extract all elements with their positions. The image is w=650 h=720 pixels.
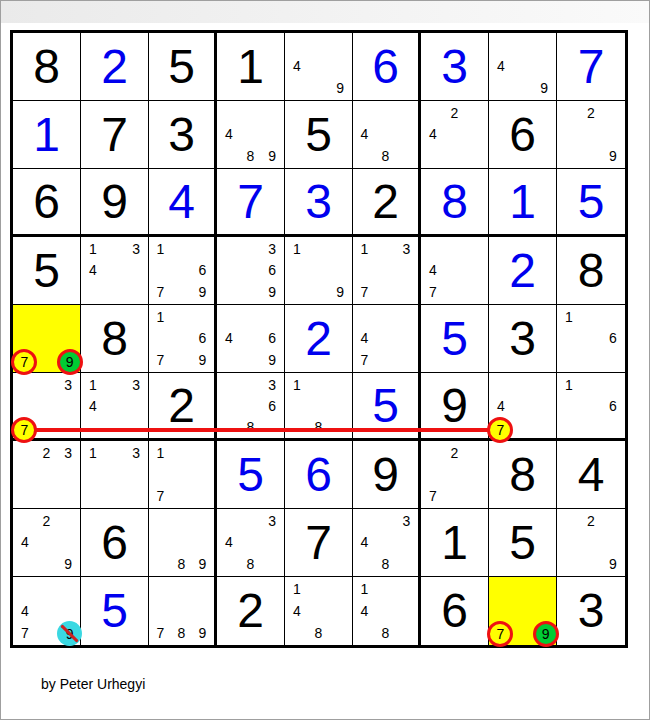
given-digit: 8: [13, 33, 80, 100]
candidate-6: 6: [261, 328, 283, 350]
given-digit: 5: [149, 33, 214, 100]
candidate-7: 7: [150, 622, 171, 644]
cell-r5c4[interactable]: 469: [217, 305, 285, 373]
candidate-3: 3: [125, 374, 147, 395]
sudoku-app-window: 8251496349717348954824629694732815513416…: [0, 0, 650, 720]
given-digit: 4: [557, 441, 625, 508]
pencil-marks: 134: [82, 238, 147, 303]
pencil-marks: 148: [354, 578, 417, 644]
candidate-3: 3: [261, 238, 283, 260]
candidate-6: 6: [602, 395, 624, 416]
solved-digit: 2: [489, 237, 556, 304]
cell-r4c4[interactable]: 369: [217, 237, 285, 305]
cell-r3c3[interactable]: 4: [149, 169, 217, 237]
candidate-6: 6: [261, 260, 283, 282]
candidate-4: 4: [490, 56, 512, 78]
candidate-8: 8: [375, 145, 396, 167]
given-digit: 6: [421, 577, 488, 645]
sudoku-board: 8251496349717348954824629694732815513416…: [10, 30, 628, 648]
cell-r9c1[interactable]: 479: [13, 577, 81, 645]
cell-r1c5[interactable]: 49: [285, 33, 353, 101]
cell-r1c8[interactable]: 49: [489, 33, 557, 101]
candidate-9: 9: [192, 622, 213, 644]
cell-r2c6[interactable]: 48: [353, 101, 421, 169]
solved-digit: 2: [285, 305, 352, 372]
candidate-4: 4: [354, 532, 375, 554]
candidate-4: 4: [218, 124, 240, 146]
cell-r7c7[interactable]: 27: [421, 441, 489, 509]
cell-r9c6[interactable]: 148: [353, 577, 421, 645]
candidate-6: 6: [261, 395, 283, 416]
pencil-marks: 23: [14, 442, 79, 507]
pencil-marks: 13: [82, 442, 147, 507]
circled-candidate-9: 9: [533, 621, 559, 647]
cell-r5c6[interactable]: 47: [353, 305, 421, 373]
cell-r1c9[interactable]: 7: [557, 33, 625, 101]
candidate-3: 3: [396, 238, 417, 260]
candidate-1: 1: [150, 442, 171, 464]
pencil-marks: 137: [354, 238, 417, 303]
circled-candidate-7: 7: [487, 417, 513, 443]
candidate-1: 1: [150, 306, 171, 328]
cell-r7c2[interactable]: 13: [81, 441, 149, 509]
pencil-marks: 16: [558, 374, 624, 437]
circled-candidate-9: 9: [57, 349, 83, 375]
cell-r4c5[interactable]: 19: [285, 237, 353, 305]
pencil-marks: 29: [558, 102, 624, 167]
cell-r2c2[interactable]: 7: [81, 101, 149, 169]
candidate-9: 9: [602, 553, 624, 575]
cell-r3c9[interactable]: 5: [557, 169, 625, 237]
pencil-marks: 16: [558, 306, 624, 371]
candidate-7: 7: [14, 622, 36, 644]
given-digit: 9: [81, 169, 148, 234]
candidate-8: 8: [375, 553, 396, 575]
candidate-9: 9: [192, 349, 213, 371]
cell-r6c9[interactable]: 16: [557, 373, 625, 441]
candidate-8: 8: [171, 622, 192, 644]
candidate-3: 3: [57, 442, 79, 464]
candidate-3: 3: [396, 510, 417, 532]
cell-r1c7[interactable]: 3: [421, 33, 489, 101]
solved-digit: 3: [285, 169, 352, 234]
candidate-9: 9: [192, 553, 213, 575]
window-top-strip: [1, 1, 649, 23]
chain-link-line: [24, 428, 500, 432]
candidate-3: 3: [261, 374, 283, 395]
candidate-8: 8: [240, 416, 262, 437]
candidate-2: 2: [36, 510, 58, 532]
candidate-3: 3: [57, 374, 79, 395]
pencil-marks: 24: [422, 102, 487, 167]
candidate-7: 7: [150, 485, 171, 507]
candidate-8: 8: [375, 622, 396, 644]
candidate-1: 1: [558, 374, 580, 395]
cell-r1c1[interactable]: 8: [13, 33, 81, 101]
solved-digit: 1: [13, 101, 80, 168]
candidate-4: 4: [422, 260, 444, 282]
cell-r1c3[interactable]: 5: [149, 33, 217, 101]
candidate-7: 7: [422, 281, 444, 303]
candidate-8: 8: [240, 145, 262, 167]
candidate-3: 3: [125, 238, 147, 260]
candidate-8: 8: [240, 553, 262, 575]
cell-r5c7[interactable]: 5: [421, 305, 489, 373]
solved-digit: 5: [421, 305, 488, 372]
candidate-1: 1: [150, 238, 171, 260]
cell-r9c5[interactable]: 148: [285, 577, 353, 645]
pencil-marks: 27: [422, 442, 487, 507]
candidate-4: 4: [14, 600, 36, 622]
cell-r9c4[interactable]: 2: [217, 577, 285, 645]
given-digit: 8: [557, 237, 625, 304]
candidate-2: 2: [580, 510, 602, 532]
solved-digit: 7: [557, 33, 625, 100]
candidate-4: 4: [218, 532, 240, 554]
cell-r9c8[interactable]: 79: [489, 577, 557, 645]
candidate-9: 9: [602, 145, 624, 167]
cell-r3c6[interactable]: 2: [353, 169, 421, 237]
candidate-4: 4: [14, 532, 36, 554]
cell-r8c2[interactable]: 6: [81, 509, 149, 577]
cell-r7c8[interactable]: 8: [489, 441, 557, 509]
pencil-marks: 17: [150, 442, 213, 507]
cell-r3c1[interactable]: 6: [13, 169, 81, 237]
cell-r2c4[interactable]: 489: [217, 101, 285, 169]
cell-r8c5[interactable]: 7: [285, 509, 353, 577]
candidate-4: 4: [286, 56, 308, 78]
cell-r5c1[interactable]: 79: [13, 305, 81, 373]
cell-r4c6[interactable]: 137: [353, 237, 421, 305]
candidate-9: 9: [261, 145, 283, 167]
candidate-9: 9: [261, 281, 283, 303]
cell-r8c4[interactable]: 348: [217, 509, 285, 577]
cell-r4c9[interactable]: 8: [557, 237, 625, 305]
cell-r8c6[interactable]: 348: [353, 509, 421, 577]
candidate-7: 7: [150, 281, 171, 303]
pencil-marks: 469: [218, 306, 283, 371]
given-digit: 3: [557, 577, 625, 645]
cell-r4c8[interactable]: 2: [489, 237, 557, 305]
circled-candidate-7: 7: [487, 621, 513, 647]
cell-r6c8[interactable]: 47: [489, 373, 557, 441]
given-digit: 3: [489, 305, 556, 372]
pencil-marks: 47: [354, 306, 417, 371]
cell-r8c8[interactable]: 5: [489, 509, 557, 577]
cell-r4c1[interactable]: 5: [13, 237, 81, 305]
candidate-4: 4: [218, 328, 240, 350]
solved-digit: 6: [285, 441, 352, 508]
given-digit: 2: [217, 577, 284, 645]
pencil-marks: 148: [286, 578, 351, 644]
pencil-marks: 348: [354, 510, 417, 575]
cell-r5c3[interactable]: 1679: [149, 305, 217, 373]
candidate-1: 1: [558, 306, 580, 328]
solved-digit: 6: [353, 33, 418, 100]
solved-digit: 5: [81, 577, 148, 645]
candidate-3: 3: [261, 510, 283, 532]
cell-r4c3[interactable]: 1679: [149, 237, 217, 305]
circled-candidate-7: 7: [11, 417, 37, 443]
cell-r2c8[interactable]: 6: [489, 101, 557, 169]
cell-r1c2[interactable]: 2: [81, 33, 149, 101]
cell-r7c1[interactable]: 23: [13, 441, 81, 509]
candidate-2: 2: [444, 102, 466, 124]
candidate-9: 9: [57, 553, 79, 575]
cell-r5c8[interactable]: 3: [489, 305, 557, 373]
cell-r7c3[interactable]: 17: [149, 441, 217, 509]
candidate-6: 6: [192, 260, 213, 282]
given-digit: 5: [285, 101, 352, 168]
cell-r9c2[interactable]: 5: [81, 577, 149, 645]
candidate-3: 3: [125, 442, 147, 464]
cell-r8c1[interactable]: 249: [13, 509, 81, 577]
cell-r2c7[interactable]: 24: [421, 101, 489, 169]
candidate-1: 1: [286, 578, 308, 600]
given-digit: 6: [81, 509, 148, 576]
cell-r8c3[interactable]: 89: [149, 509, 217, 577]
cell-r2c3[interactable]: 3: [149, 101, 217, 169]
pencil-marks: 489: [218, 102, 283, 167]
credit-text: by Peter Urhegyi: [41, 676, 145, 692]
cell-r3c7[interactable]: 8: [421, 169, 489, 237]
given-digit: 6: [489, 101, 556, 168]
pencil-marks: 47: [422, 238, 487, 303]
pencil-marks: 49: [490, 34, 555, 99]
pencil-marks: 48: [354, 102, 417, 167]
given-digit: 3: [149, 101, 214, 168]
cell-r9c3[interactable]: 789: [149, 577, 217, 645]
candidate-9: 9: [329, 281, 351, 303]
candidate-9: 9: [192, 281, 213, 303]
given-digit: 2: [353, 169, 418, 234]
solved-digit: 3: [421, 33, 488, 100]
cell-r3c4[interactable]: 7: [217, 169, 285, 237]
pencil-marks: 1679: [150, 238, 213, 303]
candidate-4: 4: [354, 124, 375, 146]
cell-r5c5[interactable]: 2: [285, 305, 353, 373]
cell-r7c5[interactable]: 6: [285, 441, 353, 509]
candidate-1: 1: [82, 238, 104, 260]
solved-digit: 7: [217, 169, 284, 234]
cell-r5c2[interactable]: 8: [81, 305, 149, 373]
candidate-9: 9: [329, 77, 351, 99]
cell-r2c5[interactable]: 5: [285, 101, 353, 169]
cell-r3c8[interactable]: 1: [489, 169, 557, 237]
pencil-marks: 29: [558, 510, 624, 575]
candidate-6: 6: [192, 328, 213, 350]
elimination-slash: [60, 624, 78, 642]
candidate-4: 4: [82, 395, 104, 416]
pencil-marks: 348: [218, 510, 283, 575]
cell-r3c5[interactable]: 3: [285, 169, 353, 237]
candidate-4: 4: [490, 395, 512, 416]
cell-r7c9[interactable]: 4: [557, 441, 625, 509]
cell-r9c7[interactable]: 6: [421, 577, 489, 645]
candidate-1: 1: [286, 374, 308, 395]
pencil-marks: 19: [286, 238, 351, 303]
candidate-4: 4: [422, 124, 444, 146]
candidate-2: 2: [444, 442, 466, 464]
candidate-4: 4: [82, 260, 104, 282]
pencil-marks: 369: [218, 238, 283, 303]
cell-r7c4[interactable]: 5: [217, 441, 285, 509]
pencil-marks: 789: [150, 578, 213, 644]
candidate-2: 2: [36, 442, 58, 464]
candidate-4: 4: [354, 328, 375, 350]
candidate-1: 1: [286, 238, 308, 260]
solved-digit: 1: [489, 169, 556, 234]
cell-r4c7[interactable]: 47: [421, 237, 489, 305]
given-digit: 1: [217, 33, 284, 100]
pencil-marks: 89: [150, 510, 213, 575]
given-digit: 7: [285, 509, 352, 576]
solved-digit: 2: [81, 33, 148, 100]
candidate-1: 1: [354, 578, 375, 600]
cell-r9c9[interactable]: 3: [557, 577, 625, 645]
candidate-8: 8: [308, 416, 330, 437]
candidate-4: 4: [286, 600, 308, 622]
candidate-1: 1: [82, 442, 104, 464]
solved-digit: 5: [217, 441, 284, 508]
candidate-1: 1: [82, 374, 104, 395]
given-digit: 7: [81, 101, 148, 168]
cell-r1c4[interactable]: 1: [217, 33, 285, 101]
candidate-2: 2: [580, 102, 602, 124]
candidate-8: 8: [171, 553, 192, 575]
given-digit: 6: [13, 169, 80, 234]
given-digit: 1: [421, 509, 488, 576]
pencil-marks: 49: [286, 34, 351, 99]
candidate-8: 8: [308, 622, 330, 644]
cell-r8c7[interactable]: 1: [421, 509, 489, 577]
cell-r1c6[interactable]: 6: [353, 33, 421, 101]
candidate-7: 7: [150, 349, 171, 371]
solved-digit: 8: [421, 169, 488, 234]
cell-r3c2[interactable]: 9: [81, 169, 149, 237]
pencil-marks: 249: [14, 510, 79, 575]
cell-r7c6[interactable]: 9: [353, 441, 421, 509]
candidate-4: 4: [354, 600, 375, 622]
given-digit: 5: [489, 509, 556, 576]
candidate-7: 7: [354, 349, 375, 371]
given-digit: 8: [489, 441, 556, 508]
candidate-6: 6: [602, 328, 624, 350]
cell-r8c9[interactable]: 29: [557, 509, 625, 577]
cell-r5c9[interactable]: 16: [557, 305, 625, 373]
solved-digit: 5: [557, 169, 625, 234]
given-digit: 8: [81, 305, 148, 372]
candidate-9: 9: [533, 77, 555, 99]
candidate-7: 7: [422, 485, 444, 507]
candidate-1: 1: [354, 238, 375, 260]
given-digit: 9: [353, 441, 418, 508]
candidate-9: 9: [261, 349, 283, 371]
candidate-7: 7: [354, 281, 375, 303]
given-digit: 5: [13, 237, 80, 304]
cell-r2c9[interactable]: 29: [557, 101, 625, 169]
cell-r4c2[interactable]: 134: [81, 237, 149, 305]
cell-r2c1[interactable]: 1: [13, 101, 81, 169]
solved-digit: 4: [149, 169, 214, 234]
circled-candidate-7: 7: [11, 349, 37, 375]
pencil-marks: 1679: [150, 306, 213, 371]
